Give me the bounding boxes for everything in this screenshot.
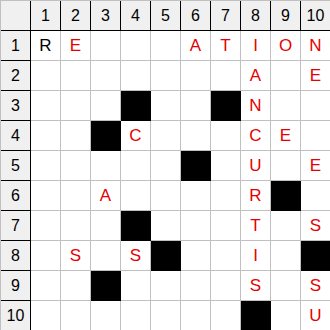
cell-r3c6[interactable] [181,91,211,121]
cell-r5c4[interactable] [121,151,151,181]
cell-r10c10[interactable]: U [301,301,330,330]
row-header-9: 9 [1,271,31,301]
cell-r2c10[interactable]: E [301,61,330,91]
cell-r7c8[interactable]: T [241,211,271,241]
cell-r9c3-blocked [91,271,121,301]
cell-r2c5[interactable] [151,61,181,91]
cell-r6c4[interactable] [121,181,151,211]
cell-r3c10[interactable] [301,91,330,121]
row-header-8: 8 [1,241,31,271]
cell-r10c1[interactable] [31,301,61,330]
cell-r4c10[interactable] [301,121,330,151]
cell-r2c7[interactable] [211,61,241,91]
cell-r9c6[interactable] [181,271,211,301]
col-header-1: 1 [31,1,61,31]
cell-r3c3[interactable] [91,91,121,121]
col-header-5: 5 [151,1,181,31]
cell-r7c4-blocked [121,211,151,241]
cell-r10c8-blocked [241,301,271,330]
cell-r5c1[interactable] [31,151,61,181]
cell-r5c8[interactable]: U [241,151,271,181]
cell-r10c6[interactable] [181,301,211,330]
cell-r3c2[interactable] [61,91,91,121]
cell-r10c9[interactable] [271,301,301,330]
cell-r6c9-blocked [271,181,301,211]
cell-r7c7[interactable] [211,211,241,241]
cell-r6c2[interactable] [61,181,91,211]
cell-r1c10[interactable]: N [301,31,330,61]
cell-r8c5-blocked [151,241,181,271]
cell-r4c7[interactable] [211,121,241,151]
cell-r5c6-blocked [181,151,211,181]
cell-r8c4[interactable]: S [121,241,151,271]
cell-r5c5[interactable] [151,151,181,181]
row-header-2: 2 [1,61,31,91]
cell-r8c10-blocked [301,241,330,271]
cell-r8c3[interactable] [91,241,121,271]
cell-r6c10[interactable] [301,181,330,211]
cell-r6c5[interactable] [151,181,181,211]
cell-r2c9[interactable] [271,61,301,91]
col-header-7: 7 [211,1,241,31]
cell-r3c1[interactable] [31,91,61,121]
cell-r7c10[interactable]: S [301,211,330,241]
cell-r10c5[interactable] [151,301,181,330]
cell-r6c3[interactable]: A [91,181,121,211]
col-header-4: 4 [121,1,151,31]
cell-r3c4-blocked [121,91,151,121]
cell-r2c3[interactable] [91,61,121,91]
cell-r10c7[interactable] [211,301,241,330]
crossword-board: 123456789101REATION2AE3N4CCE5UE6AR7TS8SS… [0,0,330,330]
cell-r9c9[interactable] [271,271,301,301]
cell-r7c5[interactable] [151,211,181,241]
cell-r8c7[interactable] [211,241,241,271]
cell-r6c7[interactable] [211,181,241,211]
cell-r2c8[interactable]: A [241,61,271,91]
cell-r5c2[interactable] [61,151,91,181]
cell-r2c6[interactable] [181,61,211,91]
col-header-8: 8 [241,1,271,31]
cell-r3c9[interactable] [271,91,301,121]
cell-r1c4[interactable] [121,31,151,61]
row-header-6: 6 [1,181,31,211]
col-header-6: 6 [181,1,211,31]
cell-r3c8[interactable]: N [241,91,271,121]
col-header-10: 10 [301,1,330,31]
row-header-10: 10 [1,301,31,330]
cell-r10c4[interactable] [121,301,151,330]
cell-r1c7[interactable]: T [211,31,241,61]
row-header-3: 3 [1,91,31,121]
cell-r4c8[interactable]: C [241,121,271,151]
cell-r1c6[interactable]: A [181,31,211,61]
cell-r6c1[interactable] [31,181,61,211]
cell-r10c2[interactable] [61,301,91,330]
cell-r9c5[interactable] [151,271,181,301]
row-header-7: 7 [1,211,31,241]
col-header-2: 2 [61,1,91,31]
cell-r5c7[interactable] [211,151,241,181]
cell-r1c9[interactable]: O [271,31,301,61]
cell-r6c8[interactable]: R [241,181,271,211]
cell-r5c9[interactable] [271,151,301,181]
cell-r9c4[interactable] [121,271,151,301]
cell-r8c1[interactable] [31,241,61,271]
cell-r5c3[interactable] [91,151,121,181]
row-header-5: 5 [1,151,31,181]
col-header-3: 3 [91,1,121,31]
cell-r8c6[interactable] [181,241,211,271]
corner-cell [1,1,31,31]
cell-r8c9[interactable] [271,241,301,271]
cell-r4c5[interactable] [151,121,181,151]
cell-r9c7[interactable] [211,271,241,301]
cell-r3c7-blocked [211,91,241,121]
cell-r4c2[interactable] [61,121,91,151]
cell-r4c3-blocked [91,121,121,151]
cell-r1c2[interactable]: E [61,31,91,61]
cell-r2c2[interactable] [61,61,91,91]
cell-r7c3[interactable] [91,211,121,241]
cell-r8c2[interactable]: S [61,241,91,271]
cell-r10c3[interactable] [91,301,121,330]
row-header-1: 1 [1,31,31,61]
cell-r9c1[interactable] [31,271,61,301]
col-header-9: 9 [271,1,301,31]
cell-r1c3[interactable] [91,31,121,61]
cell-r4c9[interactable]: E [271,121,301,151]
cell-r9c2[interactable] [61,271,91,301]
row-header-4: 4 [1,121,31,151]
cell-r7c2[interactable] [61,211,91,241]
cell-r9c10[interactable]: S [301,271,330,301]
cell-r4c4[interactable]: C [121,121,151,151]
cell-r1c5[interactable] [151,31,181,61]
cell-r4c6[interactable] [181,121,211,151]
cell-r3c5[interactable] [151,91,181,121]
cell-r1c8[interactable]: I [241,31,271,61]
cell-r6c6[interactable] [181,181,211,211]
cell-r1c1[interactable]: R [31,31,61,61]
cell-r2c4[interactable] [121,61,151,91]
cell-r4c1[interactable] [31,121,61,151]
cell-r8c8[interactable]: I [241,241,271,271]
cell-r2c1[interactable] [31,61,61,91]
cell-r7c9[interactable] [271,211,301,241]
cell-r7c1[interactable] [31,211,61,241]
cell-r7c6[interactable] [181,211,211,241]
cell-r9c8[interactable]: S [241,271,271,301]
cell-r5c10[interactable]: E [301,151,330,181]
